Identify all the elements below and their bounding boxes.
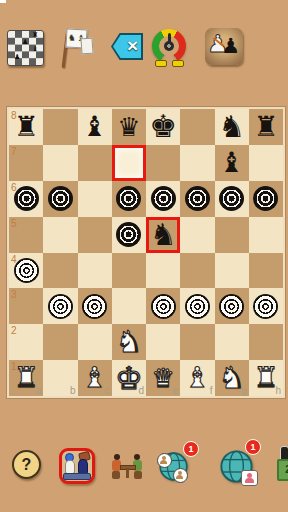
square-b3[interactable] bbox=[43, 288, 77, 324]
black-knight[interactable]: ♞ bbox=[150, 220, 177, 250]
tile-label: 2 bbox=[285, 465, 288, 475]
square-f5[interactable] bbox=[180, 217, 214, 253]
square-h7[interactable] bbox=[249, 145, 283, 181]
board-setup-icon[interactable]: ♜ ♟ ♝ ♟ bbox=[7, 30, 44, 66]
black-bishop[interactable]: ♝ bbox=[82, 113, 107, 141]
piece-style-icon[interactable]: ♟ ♟ bbox=[205, 28, 243, 65]
black-knight[interactable]: ♞ bbox=[218, 112, 245, 142]
square-f1[interactable]: f♝ bbox=[180, 360, 214, 396]
makruk-board[interactable]: 8♜♝♛♚♞♜7♝65♞432♞1a♜bc♝d♚e♛f♝g♞h♜ bbox=[7, 107, 285, 398]
board-base bbox=[63, 473, 91, 480]
square-g2[interactable] bbox=[215, 324, 249, 360]
flag-card bbox=[80, 38, 93, 55]
white-king[interactable]: ♚ bbox=[115, 363, 143, 394]
navy-piece-body bbox=[78, 459, 88, 474]
white-pawn[interactable] bbox=[48, 294, 73, 319]
square-a3[interactable]: 3 bbox=[9, 288, 43, 324]
white-rook[interactable]: ♜ bbox=[14, 364, 39, 392]
rank-label-5: 5 bbox=[11, 218, 17, 229]
square-g8[interactable]: ♞ bbox=[215, 109, 249, 145]
gauge-foot bbox=[172, 60, 184, 67]
square-e4[interactable] bbox=[146, 253, 180, 289]
square-a6[interactable]: 6 bbox=[9, 181, 43, 217]
green-tile: 2 bbox=[277, 459, 288, 481]
screen-corner-artifact bbox=[0, 0, 6, 3]
square-e3[interactable] bbox=[146, 288, 180, 324]
black-bishop[interactable]: ♝ bbox=[219, 149, 244, 177]
white-pawn[interactable] bbox=[219, 294, 244, 319]
square-e7[interactable] bbox=[146, 145, 180, 181]
mini-piece-glyph: ♟ bbox=[14, 54, 20, 61]
undo-move-icon[interactable]: × bbox=[111, 33, 143, 60]
square-c5[interactable] bbox=[78, 217, 112, 253]
player-avatar-badge bbox=[173, 468, 188, 483]
black-pawn[interactable] bbox=[219, 186, 244, 211]
square-b6[interactable] bbox=[43, 181, 77, 217]
square-b7[interactable] bbox=[43, 145, 77, 181]
square-b1[interactable]: b bbox=[43, 360, 77, 396]
square-b4[interactable] bbox=[43, 253, 77, 289]
black-king[interactable]: ♚ bbox=[149, 111, 177, 142]
chess-setup-mode-button-selected[interactable] bbox=[59, 448, 95, 484]
white-pawn[interactable] bbox=[151, 294, 176, 319]
square-g5[interactable] bbox=[215, 217, 249, 253]
square-e5[interactable]: ♞ bbox=[146, 217, 180, 253]
white-bishop[interactable]: ♝ bbox=[185, 364, 210, 392]
black-pawn[interactable] bbox=[185, 186, 210, 211]
square-d6[interactable] bbox=[112, 181, 146, 217]
square-d3[interactable] bbox=[112, 288, 146, 324]
square-h6[interactable] bbox=[249, 181, 283, 217]
square-h8[interactable]: ♜ bbox=[249, 109, 283, 145]
mini-piece-glyph: ♜ bbox=[32, 32, 38, 39]
white-pawn[interactable] bbox=[82, 294, 107, 319]
black-rook[interactable]: ♜ bbox=[253, 113, 278, 141]
mini-piece-glyph: ♝ bbox=[32, 46, 38, 53]
square-c7[interactable] bbox=[78, 145, 112, 181]
square-c6[interactable] bbox=[78, 181, 112, 217]
black-queen[interactable]: ♛ bbox=[117, 114, 140, 140]
stool bbox=[112, 471, 120, 479]
local-two-player-icon[interactable] bbox=[110, 454, 144, 480]
white-pawn[interactable] bbox=[185, 294, 210, 319]
resign-flag-icon[interactable]: ♞♝ bbox=[61, 27, 93, 69]
square-g7[interactable]: ♝ bbox=[215, 145, 249, 181]
level-tile-cutoff[interactable]: 2 bbox=[277, 446, 288, 480]
square-h1[interactable]: h♜ bbox=[249, 360, 283, 396]
player-avatar-badge bbox=[157, 453, 172, 468]
black-pawn[interactable] bbox=[14, 186, 39, 211]
file-label-f: f bbox=[210, 385, 213, 396]
white-rook[interactable]: ♜ bbox=[253, 364, 278, 392]
notification-badge: 1 bbox=[183, 441, 199, 457]
white-pawn[interactable] bbox=[253, 294, 278, 319]
white-bishop[interactable]: ♝ bbox=[82, 364, 107, 392]
gauge-hub bbox=[164, 41, 174, 51]
white-piece-body bbox=[65, 460, 75, 474]
square-a4[interactable]: 4 bbox=[9, 253, 43, 289]
square-c2[interactable] bbox=[78, 324, 112, 360]
square-a1[interactable]: 1a♜ bbox=[9, 360, 43, 396]
difficulty-gauge-icon[interactable] bbox=[151, 29, 187, 66]
stool bbox=[134, 471, 142, 479]
square-g6[interactable] bbox=[215, 181, 249, 217]
square-c4[interactable] bbox=[78, 253, 112, 289]
square-e8[interactable]: ♚ bbox=[146, 109, 180, 145]
square-b5[interactable] bbox=[43, 217, 77, 253]
square-f7[interactable] bbox=[180, 145, 214, 181]
square-h5[interactable] bbox=[249, 217, 283, 253]
square-a7[interactable]: 7 bbox=[9, 145, 43, 181]
black-piece-glyph: ♟ bbox=[221, 33, 240, 60]
square-g4[interactable] bbox=[215, 253, 249, 289]
online-world-icon[interactable]: 1 bbox=[219, 438, 265, 486]
gauge-foot bbox=[155, 60, 167, 67]
black-pawn[interactable] bbox=[116, 222, 141, 247]
black-pawn[interactable] bbox=[116, 186, 141, 211]
online-players-icon[interactable]: 1 bbox=[157, 441, 203, 489]
square-h2[interactable] bbox=[249, 324, 283, 360]
black-pawn[interactable] bbox=[151, 186, 176, 211]
square-h4[interactable] bbox=[249, 253, 283, 289]
square-a2[interactable]: 2 bbox=[9, 324, 43, 360]
mini-piece-glyph: ♟ bbox=[22, 39, 28, 46]
square-f2[interactable] bbox=[180, 324, 214, 360]
rank-label-2: 2 bbox=[11, 325, 17, 336]
square-f4[interactable] bbox=[180, 253, 214, 289]
white-pawn[interactable] bbox=[14, 258, 39, 283]
black-pawn[interactable] bbox=[253, 186, 278, 211]
square-a8[interactable]: 8♜ bbox=[9, 109, 43, 145]
square-c8[interactable]: ♝ bbox=[78, 109, 112, 145]
square-d1[interactable]: d♚ bbox=[112, 360, 146, 396]
square-b2[interactable] bbox=[43, 324, 77, 360]
square-g1[interactable]: g♞ bbox=[215, 360, 249, 396]
square-b8[interactable] bbox=[43, 109, 77, 145]
square-d2[interactable]: ♞ bbox=[112, 324, 146, 360]
notification-badge: 1 bbox=[245, 439, 261, 455]
opponent-photo-badge bbox=[241, 470, 258, 486]
rank-label-3: 3 bbox=[11, 289, 17, 300]
square-d8[interactable]: ♛ bbox=[112, 109, 146, 145]
black-pawn[interactable] bbox=[48, 186, 73, 211]
square-e6[interactable] bbox=[146, 181, 180, 217]
table-leg bbox=[126, 468, 129, 478]
white-queen[interactable]: ♛ bbox=[151, 365, 174, 391]
square-d5[interactable] bbox=[112, 217, 146, 253]
help-icon[interactable]: ? bbox=[12, 450, 41, 479]
square-e2[interactable] bbox=[146, 324, 180, 360]
square-f3[interactable] bbox=[180, 288, 214, 324]
square-c3[interactable] bbox=[78, 288, 112, 324]
square-d4[interactable] bbox=[112, 253, 146, 289]
white-knight[interactable]: ♞ bbox=[115, 327, 142, 357]
square-f8[interactable] bbox=[180, 109, 214, 145]
x-symbol: × bbox=[122, 35, 143, 57]
rank-label-7: 7 bbox=[11, 146, 17, 157]
file-label-b: b bbox=[70, 385, 76, 396]
square-f6[interactable] bbox=[180, 181, 214, 217]
square-a5[interactable]: 5 bbox=[9, 217, 43, 253]
square-e1[interactable]: e♛ bbox=[146, 360, 180, 396]
square-d7[interactable] bbox=[112, 145, 146, 181]
black-rook[interactable]: ♜ bbox=[14, 113, 39, 141]
flag-glyph: ♞ bbox=[68, 34, 77, 43]
help-label: ? bbox=[22, 457, 32, 473]
square-g3[interactable] bbox=[215, 288, 249, 324]
square-c1[interactable]: c♝ bbox=[78, 360, 112, 396]
square-h3[interactable] bbox=[249, 288, 283, 324]
white-knight[interactable]: ♞ bbox=[218, 363, 245, 393]
